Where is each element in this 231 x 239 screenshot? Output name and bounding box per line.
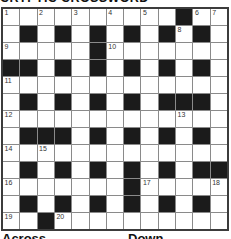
white-cell[interactable] [38, 196, 54, 212]
clue-number: 12 [5, 111, 13, 119]
black-cell [55, 128, 71, 144]
clue-number: 16 [5, 179, 13, 187]
white-cell[interactable] [55, 43, 71, 59]
black-cell [20, 128, 36, 144]
across-header: Across [2, 232, 46, 239]
white-cell[interactable] [72, 60, 88, 76]
white-cell[interactable] [38, 26, 54, 42]
black-cell [159, 196, 175, 212]
white-cell[interactable]: 7 [211, 9, 227, 25]
white-cell[interactable] [141, 162, 157, 178]
white-cell[interactable] [72, 94, 88, 110]
white-cell[interactable] [72, 43, 88, 59]
white-cell[interactable]: 4 [107, 9, 123, 25]
black-cell [176, 9, 192, 25]
white-cell[interactable] [38, 60, 54, 76]
crossword-page: CRYPTIC CROSSWORD 1234567891011121314151… [0, 0, 231, 239]
white-cell[interactable] [107, 94, 123, 110]
black-cell [124, 128, 140, 144]
white-cell[interactable] [176, 128, 192, 144]
white-cell[interactable] [3, 94, 19, 110]
white-cell[interactable] [38, 179, 54, 195]
white-cell[interactable] [176, 145, 192, 161]
white-cell[interactable] [159, 213, 175, 229]
white-cell[interactable] [193, 213, 209, 229]
white-cell[interactable]: 17 [141, 179, 157, 195]
black-cell [90, 26, 106, 42]
white-cell[interactable] [72, 111, 88, 127]
white-cell[interactable] [141, 43, 157, 59]
black-cell [193, 196, 209, 212]
white-cell[interactable] [90, 111, 106, 127]
white-cell[interactable] [176, 162, 192, 178]
white-cell[interactable] [141, 196, 157, 212]
white-cell[interactable] [3, 26, 19, 42]
white-cell[interactable] [193, 111, 209, 127]
white-cell[interactable] [193, 179, 209, 195]
white-cell[interactable] [72, 128, 88, 144]
black-cell [124, 94, 140, 110]
clue-number: 1 [5, 9, 9, 17]
white-cell[interactable] [90, 77, 106, 93]
white-cell[interactable] [211, 26, 227, 42]
white-cell[interactable] [55, 77, 71, 93]
white-cell[interactable] [211, 145, 227, 161]
white-cell[interactable] [90, 179, 106, 195]
white-cell[interactable] [176, 179, 192, 195]
white-cell[interactable]: 15 [38, 145, 54, 161]
clue-number: 2 [39, 9, 43, 17]
black-cell [55, 60, 71, 76]
white-cell[interactable] [20, 179, 36, 195]
white-cell[interactable] [176, 43, 192, 59]
black-cell [20, 60, 36, 76]
white-cell[interactable] [107, 213, 123, 229]
white-cell[interactable] [211, 60, 227, 76]
clue-number: 15 [39, 145, 47, 153]
white-cell[interactable] [72, 145, 88, 161]
white-cell[interactable] [55, 145, 71, 161]
clue-section-headers: Across Down [0, 232, 231, 239]
white-cell[interactable] [124, 43, 140, 59]
white-cell[interactable]: 1 [3, 9, 19, 25]
white-cell[interactable] [211, 77, 227, 93]
white-cell[interactable] [90, 213, 106, 229]
white-cell[interactable] [55, 9, 71, 25]
white-cell[interactable] [38, 77, 54, 93]
white-cell[interactable] [20, 43, 36, 59]
white-cell[interactable] [124, 145, 140, 161]
black-cell [55, 162, 71, 178]
black-cell [90, 196, 106, 212]
white-cell[interactable] [3, 196, 19, 212]
white-cell[interactable] [107, 77, 123, 93]
clue-number: 20 [56, 213, 64, 221]
black-cell [20, 26, 36, 42]
black-cell [90, 162, 106, 178]
white-cell[interactable] [141, 77, 157, 93]
black-cell [124, 179, 140, 195]
black-cell [176, 94, 192, 110]
white-cell[interactable] [72, 162, 88, 178]
white-cell[interactable] [193, 145, 209, 161]
white-cell[interactable]: 5 [141, 9, 157, 25]
white-cell[interactable] [107, 196, 123, 212]
clue-number: 5 [143, 9, 147, 17]
white-cell[interactable] [38, 111, 54, 127]
black-cell [3, 60, 19, 76]
black-cell [193, 128, 209, 144]
white-cell[interactable] [3, 128, 19, 144]
crossword-grid: 1234567891011121314151617181920 [1, 7, 229, 231]
black-cell [124, 60, 140, 76]
white-cell[interactable] [20, 111, 36, 127]
white-cell[interactable] [193, 43, 209, 59]
black-cell [38, 128, 54, 144]
black-cell [159, 60, 175, 76]
white-cell[interactable] [141, 213, 157, 229]
white-cell[interactable] [90, 9, 106, 25]
black-cell [20, 162, 36, 178]
black-cell [38, 213, 54, 229]
white-cell[interactable] [20, 213, 36, 229]
white-cell[interactable] [72, 196, 88, 212]
white-cell[interactable]: 18 [211, 179, 227, 195]
white-cell[interactable] [90, 145, 106, 161]
white-cell[interactable]: 13 [176, 111, 192, 127]
white-cell[interactable]: 19 [3, 213, 19, 229]
black-cell [159, 26, 175, 42]
white-cell[interactable] [72, 77, 88, 93]
white-cell[interactable] [72, 179, 88, 195]
white-cell[interactable] [72, 213, 88, 229]
white-cell[interactable] [20, 145, 36, 161]
white-cell[interactable] [107, 145, 123, 161]
white-cell[interactable]: 6 [193, 9, 209, 25]
clue-number: 7 [212, 9, 216, 17]
black-cell [124, 26, 140, 42]
white-cell[interactable]: 12 [3, 111, 19, 127]
clue-number: 3 [74, 9, 78, 17]
white-cell[interactable] [211, 196, 227, 212]
white-cell[interactable] [159, 145, 175, 161]
white-cell[interactable] [38, 43, 54, 59]
black-cell [20, 196, 36, 212]
black-cell [55, 26, 71, 42]
page-title: CRYPTIC CROSSWORD [0, 0, 149, 5]
white-cell[interactable] [141, 111, 157, 127]
clue-number: 13 [178, 111, 186, 119]
black-cell [193, 26, 209, 42]
white-cell[interactable] [159, 43, 175, 59]
white-cell[interactable] [107, 162, 123, 178]
white-cell[interactable] [193, 77, 209, 93]
black-cell [193, 162, 209, 178]
white-cell[interactable] [124, 77, 140, 93]
down-header: Down [128, 232, 163, 239]
white-cell[interactable] [107, 26, 123, 42]
white-cell[interactable] [211, 111, 227, 127]
white-cell[interactable] [107, 179, 123, 195]
clue-number: 19 [5, 213, 13, 221]
white-cell[interactable] [211, 43, 227, 59]
white-cell[interactable] [159, 77, 175, 93]
black-cell [159, 128, 175, 144]
black-cell [55, 196, 71, 212]
white-cell[interactable] [211, 128, 227, 144]
black-cell [90, 128, 106, 144]
white-cell[interactable]: 2 [38, 9, 54, 25]
white-cell[interactable] [176, 60, 192, 76]
white-cell[interactable] [211, 213, 227, 229]
white-cell[interactable] [176, 213, 192, 229]
white-cell[interactable] [55, 111, 71, 127]
clue-number: 8 [178, 26, 182, 34]
black-cell [193, 94, 209, 110]
white-cell[interactable] [159, 9, 175, 25]
white-cell[interactable] [124, 111, 140, 127]
white-cell[interactable] [107, 128, 123, 144]
white-cell[interactable] [20, 9, 36, 25]
clue-number: 11 [5, 77, 12, 85]
white-cell[interactable]: 16 [3, 179, 19, 195]
clue-number: 9 [5, 43, 9, 51]
clue-number: 4 [108, 9, 112, 17]
white-cell[interactable] [141, 60, 157, 76]
white-cell[interactable] [38, 162, 54, 178]
white-cell[interactable] [211, 94, 227, 110]
white-cell[interactable] [55, 179, 71, 195]
white-cell[interactable] [141, 94, 157, 110]
clue-number: 17 [143, 179, 151, 187]
black-cell [20, 94, 36, 110]
black-cell [159, 94, 175, 110]
white-cell[interactable] [107, 60, 123, 76]
white-cell[interactable]: 11 [3, 77, 19, 93]
clue-number: 14 [5, 145, 13, 153]
white-cell[interactable]: 20 [55, 213, 71, 229]
clue-number: 6 [195, 9, 199, 17]
white-cell[interactable] [176, 196, 192, 212]
white-cell[interactable] [141, 26, 157, 42]
white-cell[interactable] [3, 162, 19, 178]
black-cell [193, 60, 209, 76]
black-cell [159, 162, 175, 178]
white-cell[interactable]: 9 [3, 43, 19, 59]
black-cell [90, 43, 106, 59]
white-cell[interactable] [20, 77, 36, 93]
black-cell [124, 196, 140, 212]
white-cell[interactable] [159, 111, 175, 127]
clue-number: 10 [108, 43, 116, 51]
white-cell[interactable] [38, 94, 54, 110]
clue-number: 18 [212, 179, 220, 187]
white-cell[interactable] [159, 179, 175, 195]
black-cell [124, 162, 140, 178]
black-cell [55, 94, 71, 110]
white-cell[interactable] [141, 128, 157, 144]
black-cell [211, 162, 227, 178]
white-cell[interactable] [176, 77, 192, 93]
white-cell[interactable] [124, 9, 140, 25]
white-cell[interactable]: 3 [72, 9, 88, 25]
white-cell[interactable] [107, 111, 123, 127]
white-cell[interactable]: 10 [107, 43, 123, 59]
white-cell[interactable] [124, 213, 140, 229]
white-cell[interactable] [72, 26, 88, 42]
white-cell[interactable] [141, 145, 157, 161]
white-cell[interactable]: 8 [176, 26, 192, 42]
white-cell[interactable]: 14 [3, 145, 19, 161]
black-cell [90, 60, 106, 76]
black-cell [90, 94, 106, 110]
